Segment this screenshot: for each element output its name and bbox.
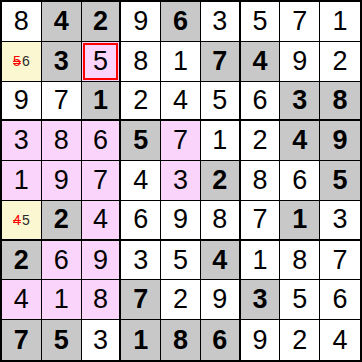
cell-r8c7[interactable]: 3	[241, 280, 281, 320]
cell-r2c6[interactable]: 7	[201, 42, 241, 82]
cell-r4c7[interactable]: 2	[241, 121, 281, 161]
cell-r1c4[interactable]: 9	[121, 2, 161, 42]
cell-r4c8[interactable]: 4	[280, 121, 320, 161]
cell-r5c4[interactable]: 4	[121, 161, 161, 201]
sudoku-board: 8429635715635817492971245638386571249197…	[0, 0, 362, 362]
cell-r9c9[interactable]: 4	[320, 320, 360, 360]
cell-r6c8[interactable]: 1	[280, 201, 320, 241]
cell-r3c3[interactable]: 1	[82, 82, 122, 122]
cell-r1c3[interactable]: 2	[82, 2, 122, 42]
cell-r4c5[interactable]: 7	[161, 121, 201, 161]
cell-r3c9[interactable]: 8	[320, 82, 360, 122]
cell-r7c1[interactable]: 2	[2, 241, 42, 281]
cell-r6c5[interactable]: 9	[161, 201, 201, 241]
cell-r5c5[interactable]: 3	[161, 161, 201, 201]
cell-r5c2[interactable]: 9	[42, 161, 82, 201]
pencil-eliminated-candidate: 5	[13, 54, 21, 68]
cell-r9c5[interactable]: 8	[161, 320, 201, 360]
cell-r9c4[interactable]: 1	[121, 320, 161, 360]
cell-r1c6[interactable]: 3	[201, 2, 241, 42]
cell-r3c6[interactable]: 5	[201, 82, 241, 122]
cell-r2c9[interactable]: 2	[320, 42, 360, 82]
cell-r1c9[interactable]: 1	[320, 2, 360, 42]
cell-r4c2[interactable]: 8	[42, 121, 82, 161]
cell-r1c5[interactable]: 6	[161, 2, 201, 42]
cell-r4c6[interactable]: 1	[201, 121, 241, 161]
cell-r3c2[interactable]: 7	[42, 82, 82, 122]
cell-r7c5[interactable]: 5	[161, 241, 201, 281]
cell-r2c3[interactable]: 5	[82, 42, 122, 82]
pencil-remaining-candidate: 5	[22, 213, 30, 227]
cell-r7c4[interactable]: 3	[121, 241, 161, 281]
cell-r9c2[interactable]: 5	[42, 320, 82, 360]
cell-r6c1[interactable]: 45	[2, 201, 42, 241]
cell-r3c7[interactable]: 6	[241, 82, 281, 122]
cell-r7c6[interactable]: 4	[201, 241, 241, 281]
cell-r5c6[interactable]: 2	[201, 161, 241, 201]
cell-r1c1[interactable]: 8	[2, 2, 42, 42]
cell-r6c4[interactable]: 6	[121, 201, 161, 241]
cell-r5c8[interactable]: 6	[280, 161, 320, 201]
cell-r8c3[interactable]: 8	[82, 280, 122, 320]
cell-r3c5[interactable]: 4	[161, 82, 201, 122]
cell-r1c8[interactable]: 7	[280, 2, 320, 42]
cell-r5c1[interactable]: 1	[2, 161, 42, 201]
cell-r6c3[interactable]: 4	[82, 201, 122, 241]
cell-r5c7[interactable]: 8	[241, 161, 281, 201]
cell-r3c1[interactable]: 9	[2, 82, 42, 122]
cell-r1c7[interactable]: 5	[241, 2, 281, 42]
cell-r4c1[interactable]: 3	[2, 121, 42, 161]
cell-r8c8[interactable]: 5	[280, 280, 320, 320]
cell-r7c9[interactable]: 7	[320, 241, 360, 281]
cell-r2c4[interactable]: 8	[121, 42, 161, 82]
cell-r9c7[interactable]: 9	[241, 320, 281, 360]
cell-r7c2[interactable]: 6	[42, 241, 82, 281]
cell-r8c1[interactable]: 4	[2, 280, 42, 320]
cell-r8c2[interactable]: 1	[42, 280, 82, 320]
cell-r8c6[interactable]: 9	[201, 280, 241, 320]
cell-r4c4[interactable]: 5	[121, 121, 161, 161]
cell-r7c8[interactable]: 8	[280, 241, 320, 281]
cell-r9c1[interactable]: 7	[2, 320, 42, 360]
cell-r2c8[interactable]: 9	[280, 42, 320, 82]
cell-r7c7[interactable]: 1	[241, 241, 281, 281]
pencil-eliminated-candidate: 4	[13, 213, 21, 227]
cell-r9c8[interactable]: 2	[280, 320, 320, 360]
cell-r6c9[interactable]: 3	[320, 201, 360, 241]
cell-r5c3[interactable]: 7	[82, 161, 122, 201]
cell-r4c3[interactable]: 6	[82, 121, 122, 161]
cell-r2c7[interactable]: 4	[241, 42, 281, 82]
cell-r5c9[interactable]: 5	[320, 161, 360, 201]
cell-r2c5[interactable]: 1	[161, 42, 201, 82]
cell-r1c2[interactable]: 4	[42, 2, 82, 42]
cell-r3c4[interactable]: 2	[121, 82, 161, 122]
cell-r9c3[interactable]: 3	[82, 320, 122, 360]
pencil-marks: 45	[13, 213, 30, 227]
cell-r2c2[interactable]: 3	[42, 42, 82, 82]
cell-r2c1[interactable]: 56	[2, 42, 42, 82]
cell-r3c8[interactable]: 3	[280, 82, 320, 122]
cell-r9c6[interactable]: 6	[201, 320, 241, 360]
cell-r6c7[interactable]: 7	[241, 201, 281, 241]
cell-r8c5[interactable]: 2	[161, 280, 201, 320]
cell-r8c9[interactable]: 6	[320, 280, 360, 320]
cell-r7c3[interactable]: 9	[82, 241, 122, 281]
cell-r6c2[interactable]: 2	[42, 201, 82, 241]
pencil-remaining-candidate: 6	[22, 54, 30, 68]
cell-r6c6[interactable]: 8	[201, 201, 241, 241]
cell-r4c9[interactable]: 9	[320, 121, 360, 161]
cell-r8c4[interactable]: 7	[121, 280, 161, 320]
pencil-marks: 56	[13, 54, 30, 68]
